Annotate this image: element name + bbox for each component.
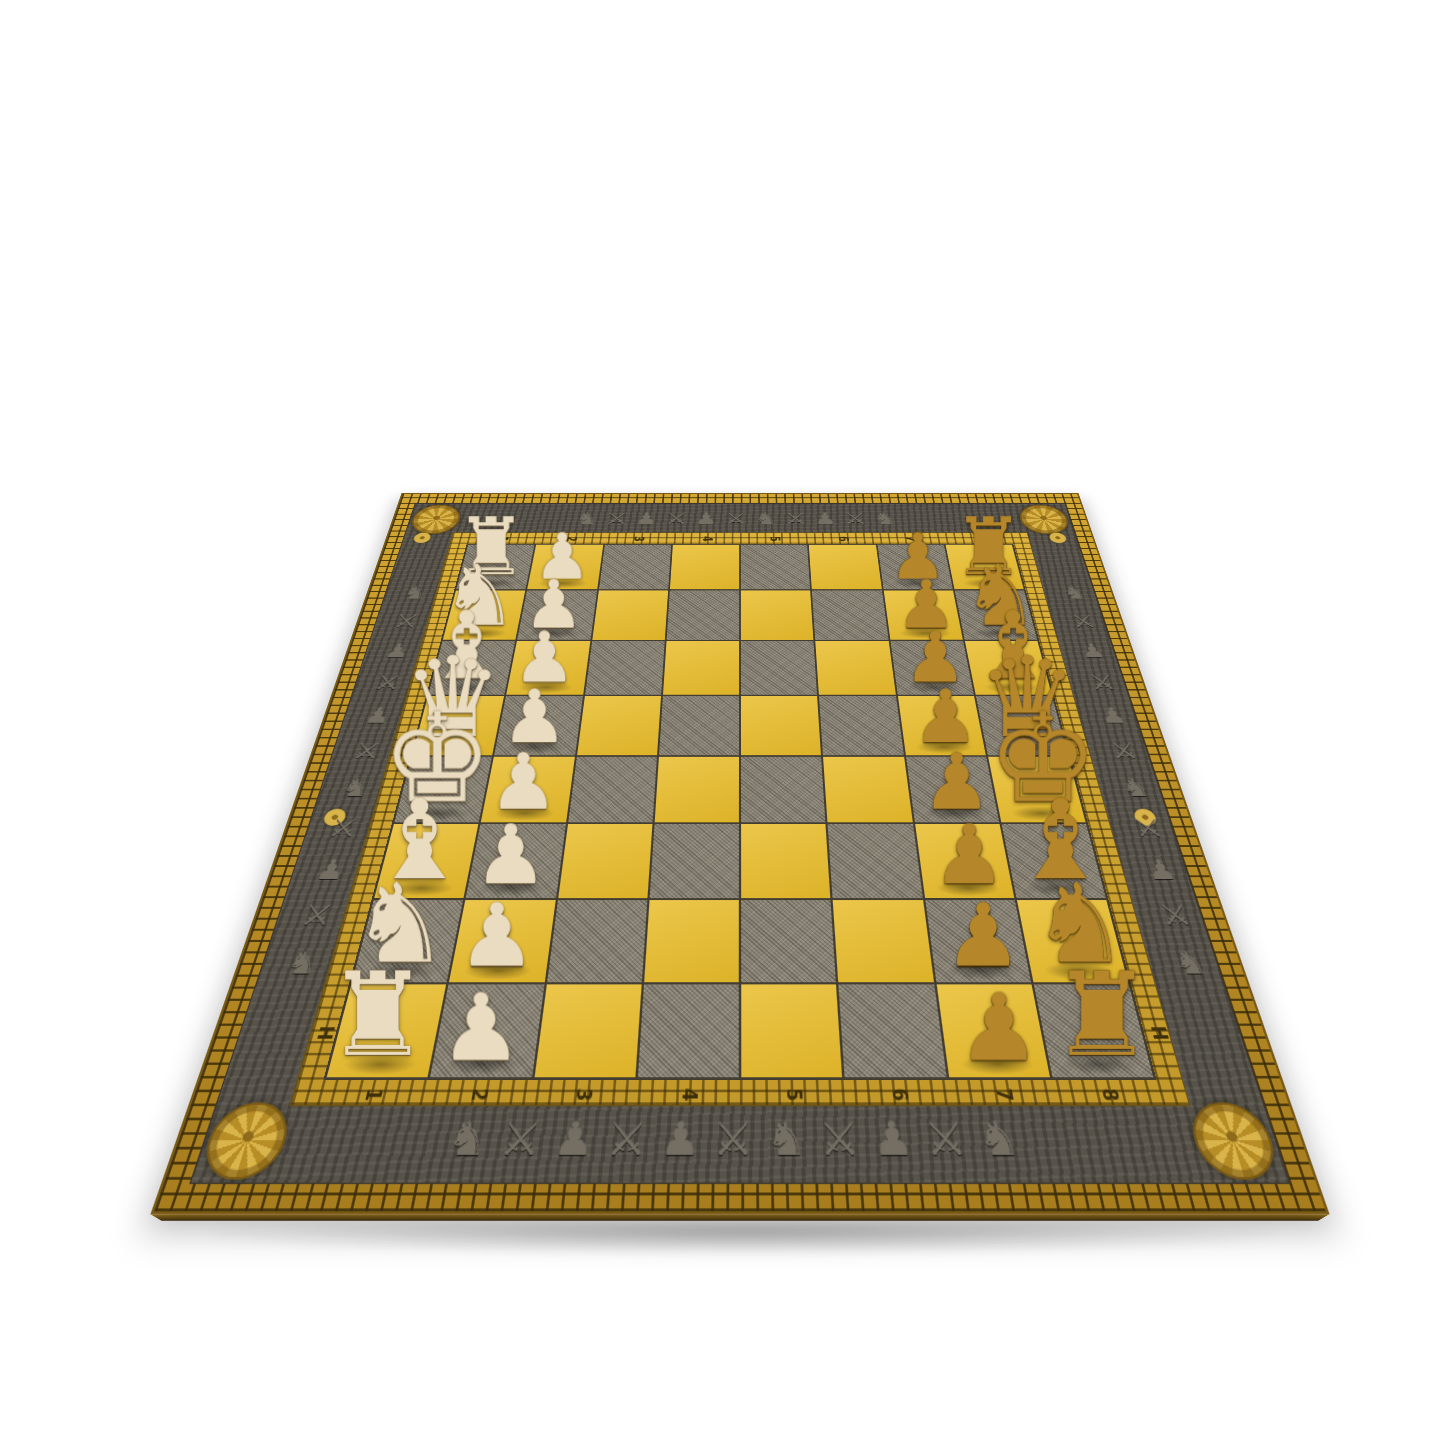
- file-label-5-far: 5: [767, 533, 782, 546]
- square-h3[interactable]: [534, 984, 641, 1077]
- square-h5[interactable]: [741, 984, 842, 1077]
- black-pawn[interactable]: ♟: [957, 980, 1040, 1073]
- square-b6[interactable]: [812, 591, 888, 640]
- file-label-3-far: 3: [631, 533, 647, 546]
- black-pawn[interactable]: ♟: [932, 812, 1006, 894]
- white-pawn[interactable]: ♟: [458, 891, 536, 978]
- square-e3[interactable]: [568, 757, 657, 823]
- file-label-4-far: 4: [699, 533, 714, 546]
- square-b4[interactable]: [666, 591, 739, 640]
- wheel-rosette-icon: [1132, 809, 1158, 826]
- square-a3[interactable]: [599, 545, 671, 590]
- square-d4[interactable]: [659, 696, 739, 755]
- file-label-8-far: 8: [970, 533, 988, 546]
- square-e5[interactable]: [741, 757, 826, 823]
- scene: ♞⚔♟⚔♟⚔♞⚔♟⚔♞ ♞⚔♟⚔♟⚔♞⚔♟⚔♞ ♞⚔♟⚔♟⚔♞⚔♟⚔♞ ♞⚔♟⚔…: [130, 146, 1350, 1366]
- file-label-8-near: 8: [1094, 1080, 1124, 1110]
- square-c3[interactable]: [585, 641, 665, 695]
- file-label-7-far: 7: [902, 533, 919, 546]
- square-h1[interactable]: ♜: [327, 984, 447, 1077]
- white-pawn[interactable]: ♟: [474, 812, 548, 894]
- chess-board: ♞⚔♟⚔♟⚔♞⚔♟⚔♞ ♞⚔♟⚔♟⚔♞⚔♟⚔♞ ♞⚔♟⚔♟⚔♞⚔♟⚔♞ ♞⚔♟⚔…: [150, 493, 1329, 1214]
- square-a4[interactable]: [670, 545, 739, 590]
- board-grid: ♜♟♟♜♞♟♟♞♝♟♟♝♛♟♟♛♚♟♟♚♝♟♟♝♞♟♟♞♜♟♟♜: [324, 544, 1157, 1080]
- square-h7[interactable]: ♟: [936, 984, 1050, 1077]
- square-d3[interactable]: [577, 696, 661, 755]
- square-c5[interactable]: [741, 641, 817, 695]
- file-label-1-near: 1: [358, 1080, 388, 1110]
- battle-frieze-near: ♞⚔♟⚔♟⚔♞⚔♟⚔♞: [280, 1113, 1199, 1172]
- file-label-1-far: 1: [494, 533, 512, 546]
- white-rook[interactable]: ♜: [326, 958, 430, 1074]
- file-label-6-near: 6: [886, 1080, 912, 1110]
- square-e6[interactable]: [823, 757, 912, 823]
- square-h8[interactable]: ♜: [1034, 984, 1154, 1077]
- file-label-2-far: 2: [562, 533, 579, 546]
- square-e4[interactable]: [654, 757, 739, 823]
- square-d5[interactable]: [741, 696, 821, 755]
- file-label-7-near: 7: [990, 1080, 1018, 1110]
- file-label-2-near: 2: [464, 1080, 492, 1110]
- white-pawn[interactable]: ♟: [440, 980, 523, 1073]
- square-c4[interactable]: [663, 641, 739, 695]
- square-h2[interactable]: ♟: [430, 984, 544, 1077]
- board-near-edge: [150, 1214, 1329, 1221]
- square-a6[interactable]: [809, 545, 881, 590]
- square-b3[interactable]: [592, 591, 668, 640]
- square-c6[interactable]: [815, 641, 895, 695]
- wheel-rosette-icon: [322, 809, 348, 826]
- square-h4[interactable]: [638, 984, 739, 1077]
- square-b5[interactable]: [741, 591, 814, 640]
- file-label-4-near: 4: [677, 1080, 701, 1110]
- square-h6[interactable]: [839, 984, 946, 1077]
- black-pawn[interactable]: ♟: [944, 891, 1022, 978]
- medusa-medallion: [1016, 505, 1072, 534]
- square-d6[interactable]: [819, 696, 903, 755]
- file-label-5-near: 5: [782, 1080, 806, 1110]
- battle-frieze-far: ♞⚔♟⚔♟⚔♞⚔♟⚔♞: [459, 510, 1021, 530]
- file-label-6-far: 6: [835, 533, 851, 546]
- black-rook[interactable]: ♜: [1050, 958, 1154, 1074]
- square-a5[interactable]: [741, 545, 810, 590]
- file-label-3-near: 3: [570, 1080, 596, 1110]
